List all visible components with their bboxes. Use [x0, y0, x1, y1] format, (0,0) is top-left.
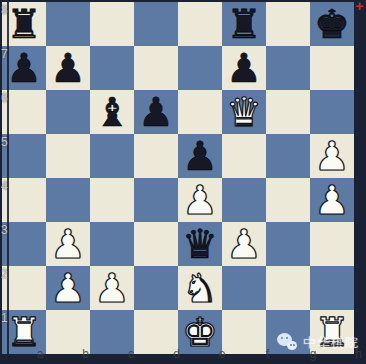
corner-cross-mark: +: [355, 0, 364, 14]
piece-black-queen[interactable]: ♛: [182, 222, 218, 266]
square-d3[interactable]: [134, 222, 178, 266]
square-d8[interactable]: [134, 2, 178, 46]
square-f4[interactable]: [222, 178, 266, 222]
square-g6[interactable]: [266, 90, 310, 134]
square-b6[interactable]: [46, 90, 90, 134]
file-label-f: f: [261, 347, 275, 361]
rank-label-2: 2: [1, 267, 13, 281]
square-g4[interactable]: [266, 178, 310, 222]
square-d7[interactable]: [134, 46, 178, 90]
square-h8[interactable]: ♚: [310, 2, 354, 46]
square-d4[interactable]: [134, 178, 178, 222]
square-c7[interactable]: [90, 46, 134, 90]
square-c3[interactable]: [90, 222, 134, 266]
piece-white-king[interactable]: ♚: [182, 310, 218, 354]
chess-board: ♜♜♚♟♟♟♝♟♛♟♟♟♟♟♛♟♟♟♞♜♚♜: [2, 2, 354, 354]
square-d2[interactable]: [134, 266, 178, 310]
square-e4[interactable]: ♟: [178, 178, 222, 222]
square-e8[interactable]: [178, 2, 222, 46]
piece-white-pawn[interactable]: ♟: [94, 266, 130, 310]
file-label-b: b: [79, 347, 93, 361]
piece-black-pawn[interactable]: ♟: [226, 46, 262, 90]
square-b8[interactable]: [46, 2, 90, 46]
square-d6[interactable]: ♟: [134, 90, 178, 134]
square-f7[interactable]: ♟: [222, 46, 266, 90]
piece-black-pawn[interactable]: ♟: [50, 46, 86, 90]
square-b5[interactable]: [46, 134, 90, 178]
piece-white-pawn[interactable]: ♟: [314, 178, 350, 222]
square-e6[interactable]: [178, 90, 222, 134]
square-h3[interactable]: [310, 222, 354, 266]
watermark: 中华棋院: [277, 331, 359, 354]
square-e2[interactable]: ♞: [178, 266, 222, 310]
piece-white-queen[interactable]: ♛: [226, 90, 262, 134]
piece-white-pawn[interactable]: ♟: [226, 222, 262, 266]
watermark-text: 中华棋院: [303, 334, 359, 352]
square-g2[interactable]: [266, 266, 310, 310]
rank-label-6: 6: [1, 91, 13, 105]
square-h2[interactable]: [310, 266, 354, 310]
piece-black-pawn[interactable]: ♟: [182, 134, 218, 178]
square-c4[interactable]: [90, 178, 134, 222]
square-e7[interactable]: [178, 46, 222, 90]
piece-black-rook[interactable]: ♜: [226, 2, 262, 46]
square-h5[interactable]: ♟: [310, 134, 354, 178]
wechat-bubble-small: [287, 341, 297, 350]
square-c6[interactable]: ♝: [90, 90, 134, 134]
square-b2[interactable]: ♟: [46, 266, 90, 310]
rank-label-8: 8: [1, 3, 13, 17]
square-b7[interactable]: ♟: [46, 46, 90, 90]
file-label-d: d: [170, 347, 184, 361]
wechat-icon: [277, 331, 301, 354]
square-h6[interactable]: [310, 90, 354, 134]
rank-label-5: 5: [1, 135, 13, 149]
square-f6[interactable]: ♛: [222, 90, 266, 134]
square-h7[interactable]: [310, 46, 354, 90]
square-c2[interactable]: ♟: [90, 266, 134, 310]
piece-black-king[interactable]: ♚: [314, 2, 350, 46]
square-e3[interactable]: ♛: [178, 222, 222, 266]
board-edge-right: [354, 0, 366, 364]
piece-white-pawn[interactable]: ♟: [50, 222, 86, 266]
file-label-e: e: [215, 347, 229, 361]
square-d5[interactable]: [134, 134, 178, 178]
square-c5[interactable]: [90, 134, 134, 178]
board-edge-top: [0, 0, 366, 2]
piece-black-bishop[interactable]: ♝: [94, 90, 130, 134]
square-g8[interactable]: [266, 2, 310, 46]
rank-label-4: 4: [1, 179, 13, 193]
piece-white-knight[interactable]: ♞: [182, 266, 218, 310]
square-f8[interactable]: ♜: [222, 2, 266, 46]
piece-black-pawn[interactable]: ♟: [138, 90, 174, 134]
square-g3[interactable]: [266, 222, 310, 266]
square-g7[interactable]: [266, 46, 310, 90]
square-b4[interactable]: [46, 178, 90, 222]
chess-diagram: ♜♜♚♟♟♟♝♟♛♟♟♟♟♟♛♟♟♟♞♜♚♜ 87654321 abcdefgh…: [0, 0, 366, 364]
square-g5[interactable]: [266, 134, 310, 178]
square-f2[interactable]: [222, 266, 266, 310]
square-c8[interactable]: [90, 2, 134, 46]
piece-white-pawn[interactable]: ♟: [182, 178, 218, 222]
rank-label-3: 3: [1, 223, 13, 237]
piece-white-pawn[interactable]: ♟: [50, 266, 86, 310]
file-label-c: c: [124, 347, 138, 361]
square-e5[interactable]: ♟: [178, 134, 222, 178]
square-f3[interactable]: ♟: [222, 222, 266, 266]
file-label-a: a: [33, 347, 47, 361]
square-h4[interactable]: ♟: [310, 178, 354, 222]
rank-label-7: 7: [1, 47, 13, 61]
square-f5[interactable]: [222, 134, 266, 178]
rank-label-1: 1: [1, 311, 13, 325]
square-b3[interactable]: ♟: [46, 222, 90, 266]
piece-white-pawn[interactable]: ♟: [314, 134, 350, 178]
